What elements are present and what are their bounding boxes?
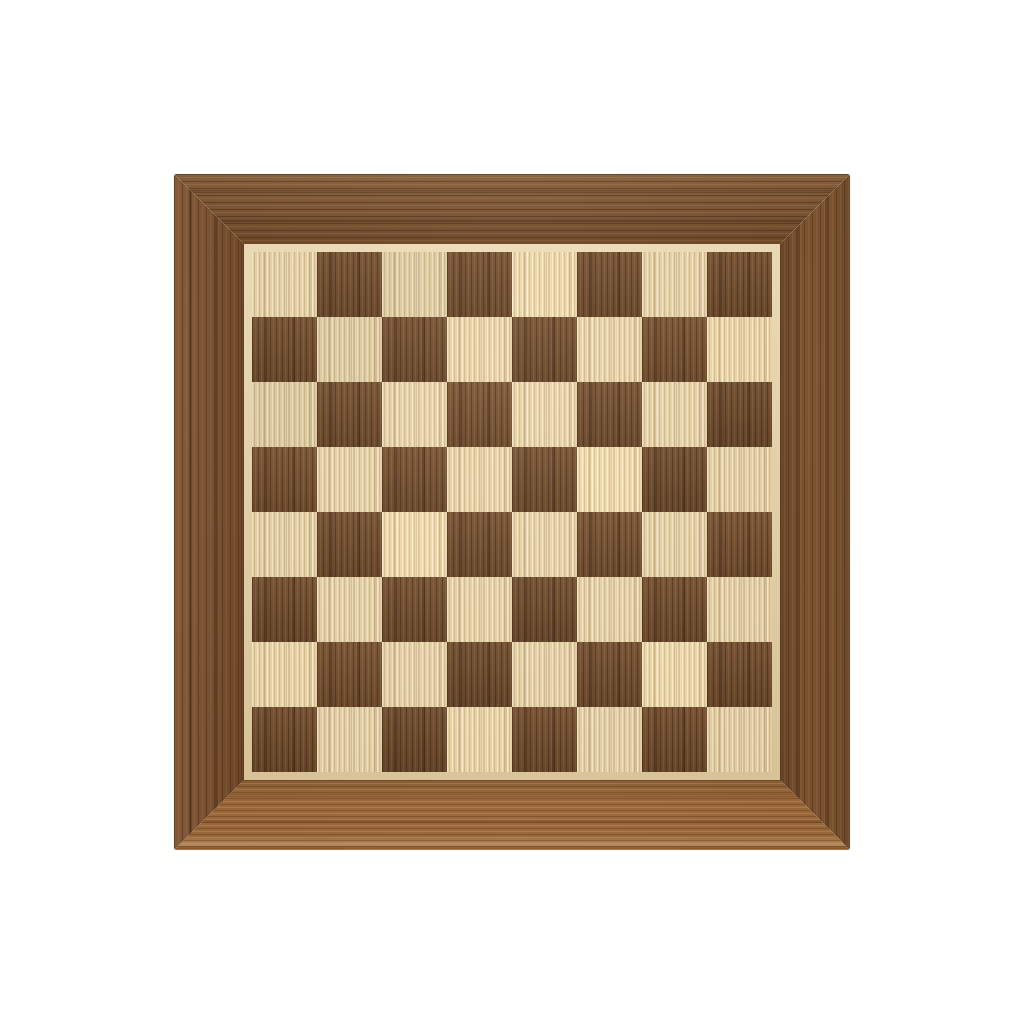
square-d6 (447, 382, 512, 447)
square-g2 (642, 642, 707, 707)
chess-board (174, 174, 850, 850)
square-d1 (447, 707, 512, 772)
square-h5 (707, 447, 772, 512)
square-b4 (317, 512, 382, 577)
square-f7 (577, 317, 642, 382)
square-h2 (707, 642, 772, 707)
square-a2 (252, 642, 317, 707)
square-g8 (642, 252, 707, 317)
square-b8 (317, 252, 382, 317)
square-f1 (577, 707, 642, 772)
square-h7 (707, 317, 772, 382)
square-a1 (252, 707, 317, 772)
board-frame-top (174, 174, 850, 244)
square-f5 (577, 447, 642, 512)
square-e7 (512, 317, 577, 382)
square-g5 (642, 447, 707, 512)
square-b2 (317, 642, 382, 707)
square-c1 (382, 707, 447, 772)
square-h8 (707, 252, 772, 317)
square-d7 (447, 317, 512, 382)
square-c7 (382, 317, 447, 382)
square-a5 (252, 447, 317, 512)
square-c4 (382, 512, 447, 577)
square-a4 (252, 512, 317, 577)
square-g3 (642, 577, 707, 642)
square-g6 (642, 382, 707, 447)
square-d4 (447, 512, 512, 577)
square-a6 (252, 382, 317, 447)
square-e6 (512, 382, 577, 447)
square-e1 (512, 707, 577, 772)
square-d8 (447, 252, 512, 317)
board-frame-right (780, 174, 850, 850)
square-f4 (577, 512, 642, 577)
photo-background (0, 0, 1024, 1024)
square-c8 (382, 252, 447, 317)
square-f6 (577, 382, 642, 447)
square-a3 (252, 577, 317, 642)
square-g4 (642, 512, 707, 577)
board-frame-left (174, 174, 244, 850)
square-b6 (317, 382, 382, 447)
board-frame-bottom (174, 780, 850, 850)
square-c5 (382, 447, 447, 512)
square-e2 (512, 642, 577, 707)
square-b3 (317, 577, 382, 642)
square-e5 (512, 447, 577, 512)
square-h1 (707, 707, 772, 772)
square-h4 (707, 512, 772, 577)
square-e8 (512, 252, 577, 317)
square-f2 (577, 642, 642, 707)
square-c3 (382, 577, 447, 642)
square-e3 (512, 577, 577, 642)
square-f3 (577, 577, 642, 642)
square-g7 (642, 317, 707, 382)
square-h6 (707, 382, 772, 447)
square-a7 (252, 317, 317, 382)
square-a8 (252, 252, 317, 317)
square-h3 (707, 577, 772, 642)
board-grid (252, 252, 772, 772)
square-b7 (317, 317, 382, 382)
square-f8 (577, 252, 642, 317)
square-e4 (512, 512, 577, 577)
square-d5 (447, 447, 512, 512)
square-g1 (642, 707, 707, 772)
square-d2 (447, 642, 512, 707)
square-c2 (382, 642, 447, 707)
square-b5 (317, 447, 382, 512)
square-c6 (382, 382, 447, 447)
square-d3 (447, 577, 512, 642)
square-b1 (317, 707, 382, 772)
